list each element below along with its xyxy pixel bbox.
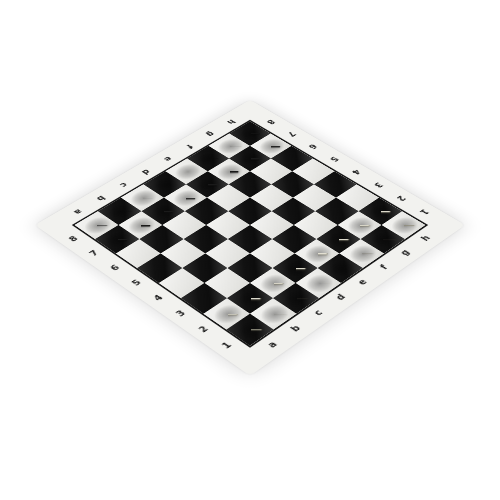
rank-label-left-4: 4 <box>148 291 169 305</box>
file-label-bottom-f: f <box>374 261 394 274</box>
file-label-bottom-c: c <box>308 306 329 320</box>
rank-label-right-6: 6 <box>303 140 322 151</box>
rank-label-left-8: 8 <box>63 232 83 245</box>
file-label-bottom-b: b <box>285 322 306 336</box>
rank-label-left-1: 1 <box>216 338 237 353</box>
rank-label-left-3: 3 <box>170 306 191 320</box>
piece-glyph: ♟ <box>83 214 152 245</box>
vinyl-board-mat: ♜♞♝♛♚♝♞♜♟♟♟♟♟♟♟♟♟♟♟♟♟♟♟♟♜♞♝♛♚♝♞♜ 88aa77b… <box>35 100 465 376</box>
scene: ♜♞♝♛♚♝♞♜♟♟♟♟♟♟♟♟♟♟♟♟♟♟♟♟♜♞♝♛♚♝♞♜ 88aa77b… <box>98 73 402 377</box>
rank-label-left-6: 6 <box>105 261 125 274</box>
chess-set-photo: ♜♞♝♛♚♝♞♜♟♟♟♟♟♟♟♟♟♟♟♟♟♟♟♟♜♞♝♛♚♝♞♜ 88aa77b… <box>0 0 500 500</box>
piece-glyph: ♜ <box>214 297 287 336</box>
rank-label-left-7: 7 <box>84 247 104 260</box>
file-label-bottom-h: h <box>416 232 436 245</box>
file-label-bottom-g: g <box>395 246 415 259</box>
file-label-bottom-a: a <box>262 338 283 353</box>
rank-label-right-4: 4 <box>346 166 365 178</box>
file-label-bottom-e: e <box>352 275 373 289</box>
rank-label-left-2: 2 <box>193 322 214 336</box>
file-label-bottom-d: d <box>330 291 351 305</box>
rank-label-left-5: 5 <box>126 276 147 290</box>
chessboard: ♜♞♝♛♚♝♞♜♟♟♟♟♟♟♟♟♟♟♟♟♟♟♟♟♜♞♝♛♚♝♞♜ <box>72 120 428 348</box>
rank-label-right-5: 5 <box>324 153 343 164</box>
pieces-layer: ♜♞♝♛♚♝♞♜♟♟♟♟♟♟♟♟♟♟♟♟♟♟♟♟♜♞♝♛♚♝♞♜ <box>75 121 426 345</box>
